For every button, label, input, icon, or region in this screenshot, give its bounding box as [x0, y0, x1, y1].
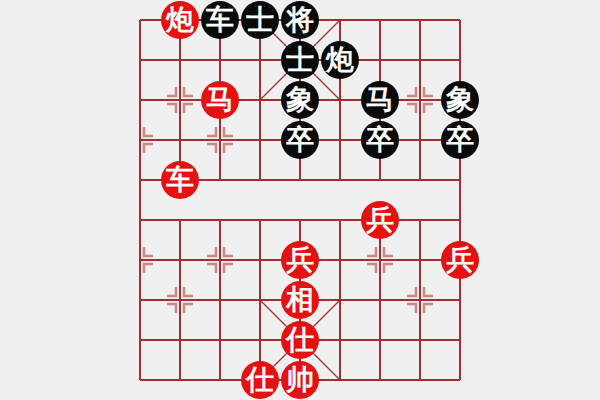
piece-black-cannon[interactable]: 炮 [321, 41, 359, 79]
piece-black-pawn[interactable]: 卒 [441, 121, 479, 159]
piece-black-general[interactable]: 将 [281, 1, 319, 39]
piece-red-pawn[interactable]: 兵 [281, 241, 319, 279]
piece-red-elephant[interactable]: 相 [281, 281, 319, 319]
piece-red-horse[interactable]: 马 [201, 81, 239, 119]
piece-red-advisor[interactable]: 仕 [281, 321, 319, 359]
piece-black-advisor[interactable]: 士 [241, 1, 279, 39]
piece-black-pawn[interactable]: 卒 [281, 121, 319, 159]
piece-red-cannon[interactable]: 炮 [161, 1, 199, 39]
piece-red-pawn[interactable]: 兵 [361, 201, 399, 239]
piece-black-horse[interactable]: 马 [361, 81, 399, 119]
piece-black-pawn[interactable]: 卒 [361, 121, 399, 159]
piece-black-elephant[interactable]: 象 [281, 81, 319, 119]
piece-red-chariot[interactable]: 车 [161, 161, 199, 199]
piece-black-chariot[interactable]: 车 [201, 1, 239, 39]
piece-black-advisor[interactable]: 士 [281, 41, 319, 79]
piece-red-pawn[interactable]: 兵 [441, 241, 479, 279]
piece-red-general[interactable]: 帅 [281, 361, 319, 399]
pieces-layer: 炮车士将士炮马象马象卒卒卒车兵兵兵相仕仕帅 [0, 0, 600, 400]
xiangqi-app: 炮车士将士炮马象马象卒卒卒车兵兵兵相仕仕帅 [0, 0, 600, 400]
piece-black-elephant[interactable]: 象 [441, 81, 479, 119]
piece-red-advisor[interactable]: 仕 [241, 361, 279, 399]
